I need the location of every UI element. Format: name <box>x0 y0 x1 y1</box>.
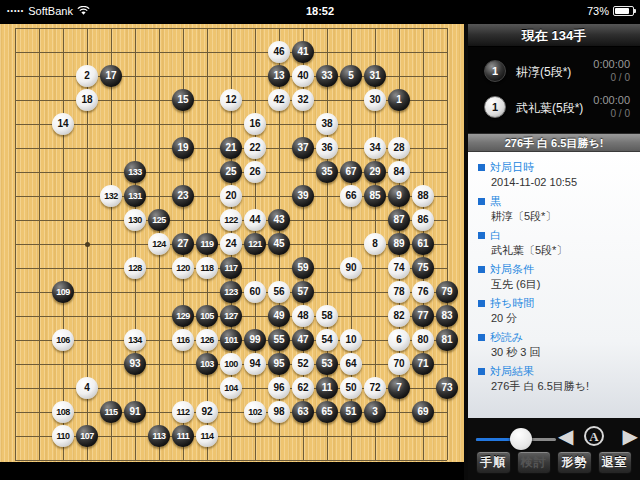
stone-white-44: 44 <box>244 209 266 231</box>
stone-black-1: 1 <box>388 89 410 111</box>
stone-white-80: 80 <box>412 329 434 351</box>
stone-black-81: 81 <box>436 329 458 351</box>
player-row-black: 1 耕淳(5段*) 0:00:00 0 / 0 <box>468 55 640 91</box>
stone-white-66: 66 <box>340 185 362 207</box>
bullet-icon <box>478 198 485 205</box>
stone-black-45: 45 <box>268 233 290 255</box>
info-label: 対局結果 <box>478 364 630 379</box>
star-point <box>85 242 90 247</box>
go-board[interactable]: 4641217134033531181512423230114163819212… <box>0 24 468 462</box>
stone-white-86: 86 <box>412 209 434 231</box>
stone-black-9: 9 <box>388 185 410 207</box>
stone-white-8: 8 <box>364 233 386 255</box>
stone-white-56: 56 <box>268 281 290 303</box>
stone-black-123: 123 <box>220 281 242 303</box>
slider-thumb[interactable] <box>510 428 532 450</box>
stone-black-121: 121 <box>244 233 266 255</box>
stone-black-15: 15 <box>172 89 194 111</box>
stone-black-65: 65 <box>316 401 338 423</box>
stone-white-46: 46 <box>268 41 290 63</box>
status-bar: ••••• SoftBank 18:52 73% <box>0 0 640 24</box>
stone-black-47: 47 <box>292 329 314 351</box>
white-time: 0:00:00 <box>593 94 630 107</box>
next-move-button[interactable]: ▶ <box>623 425 638 447</box>
stone-black-55: 55 <box>268 329 290 351</box>
stone-black-83: 83 <box>436 305 458 327</box>
stone-white-82: 82 <box>388 305 410 327</box>
toolbar-button-3[interactable]: 退室 <box>598 451 633 474</box>
stone-white-78: 78 <box>388 281 410 303</box>
stone-black-29: 29 <box>364 161 386 183</box>
stone-black-63: 63 <box>292 401 314 423</box>
stone-white-118: 118 <box>196 257 218 279</box>
info-item-4: 持ち時間20 分 <box>478 296 630 326</box>
stone-black-115: 115 <box>100 401 122 423</box>
stone-white-18: 18 <box>76 89 98 111</box>
stone-white-32: 32 <box>292 89 314 111</box>
white-periods: 0 / 0 <box>593 107 630 120</box>
bullet-icon <box>478 334 485 341</box>
stone-white-62: 62 <box>292 377 314 399</box>
toolbar-button-2[interactable]: 形勢 <box>557 451 592 474</box>
stone-white-40: 40 <box>292 65 314 87</box>
stone-black-21: 21 <box>220 137 242 159</box>
players-panel: 1 耕淳(5段*) 0:00:00 0 / 0 1 武礼葉(5段*) 0:00:… <box>468 47 640 133</box>
clock: 18:52 <box>0 5 640 17</box>
info-label: 秒読み <box>478 330 630 345</box>
info-label: 対局日時 <box>478 160 630 175</box>
stone-black-23: 23 <box>172 185 194 207</box>
toolbar-buttons: 手順検討形勢退室 <box>468 451 640 474</box>
stone-white-64: 64 <box>340 353 362 375</box>
stone-white-70: 70 <box>388 353 410 375</box>
stone-black-101: 101 <box>220 329 242 351</box>
auto-play-button[interactable]: A <box>584 426 604 446</box>
stone-white-10: 10 <box>340 329 362 351</box>
stone-white-14: 14 <box>52 113 74 135</box>
stone-black-75: 75 <box>412 257 434 279</box>
stone-black-49: 49 <box>268 305 290 327</box>
stone-black-89: 89 <box>388 233 410 255</box>
stone-white-98: 98 <box>268 401 290 423</box>
playback-controls: ◀ A ▶ 手順検討形勢退室 <box>468 418 640 480</box>
info-label: 持ち時間 <box>478 296 630 311</box>
info-value: 2014-11-02 10:55 <box>478 175 630 190</box>
stone-white-72: 72 <box>364 377 386 399</box>
stone-white-126: 126 <box>196 329 218 351</box>
stone-black-87: 87 <box>388 209 410 231</box>
stone-white-116: 116 <box>172 329 194 351</box>
battery-info: 73% <box>587 5 634 17</box>
stone-white-96: 96 <box>268 377 290 399</box>
info-item-3: 対局条件互先 (6目) <box>478 262 630 292</box>
stone-black-53: 53 <box>316 353 338 375</box>
stone-black-59: 59 <box>292 257 314 279</box>
stone-black-41: 41 <box>292 41 314 63</box>
stone-black-25: 25 <box>220 161 242 183</box>
stone-white-38: 38 <box>316 113 338 135</box>
toolbar-button-1: 検討 <box>517 451 552 474</box>
stone-black-103: 103 <box>196 353 218 375</box>
stone-white-102: 102 <box>244 401 266 423</box>
stone-black-107: 107 <box>76 425 98 447</box>
stone-white-90: 90 <box>340 257 362 279</box>
stone-white-28: 28 <box>388 137 410 159</box>
stone-white-106: 106 <box>52 329 74 351</box>
stone-black-73: 73 <box>436 377 458 399</box>
stone-black-95: 95 <box>268 353 290 375</box>
stone-black-105: 105 <box>196 305 218 327</box>
stone-black-79: 79 <box>436 281 458 303</box>
stone-white-2: 2 <box>76 65 98 87</box>
stone-black-19: 19 <box>172 137 194 159</box>
stone-white-92: 92 <box>196 401 218 423</box>
info-value: 276手 白 6.5目勝ち! <box>478 379 630 394</box>
stone-white-16: 16 <box>244 113 266 135</box>
black-periods: 0 / 0 <box>593 71 630 84</box>
stone-white-134: 134 <box>124 329 146 351</box>
info-value: 30 秒 3 回 <box>478 345 630 360</box>
stone-black-111: 111 <box>172 425 194 447</box>
info-label: 黒 <box>478 194 630 209</box>
info-item-5: 秒読み30 秒 3 回 <box>478 330 630 360</box>
white-player-clock: 0:00:00 0 / 0 <box>593 94 630 120</box>
stone-white-114: 114 <box>196 425 218 447</box>
info-item-0: 対局日時2014-11-02 10:55 <box>478 160 630 190</box>
game-details-panel: 対局日時2014-11-02 10:55黒耕淳〔5段*〕白武礼葉〔5段*〕対局条… <box>468 152 640 423</box>
stone-white-36: 36 <box>316 137 338 159</box>
stone-white-132: 132 <box>100 185 122 207</box>
bullet-icon <box>478 300 485 307</box>
board-bottom-strip <box>0 462 468 480</box>
stone-white-26: 26 <box>244 161 266 183</box>
stone-white-20: 20 <box>220 185 242 207</box>
stone-white-30: 30 <box>364 89 386 111</box>
stone-white-76: 76 <box>412 281 434 303</box>
stone-black-57: 57 <box>292 281 314 303</box>
stone-white-34: 34 <box>364 137 386 159</box>
stone-black-37: 37 <box>292 137 314 159</box>
app-screen: ••••• SoftBank 18:52 73% 464121713403353… <box>0 0 640 480</box>
black-player-clock: 0:00:00 0 / 0 <box>593 58 630 84</box>
stone-black-127: 127 <box>220 305 242 327</box>
game-info-sidebar: 現在 134手 1 耕淳(5段*) 0:00:00 0 / 0 1 武礼葉(5段… <box>468 24 640 480</box>
stone-black-11: 11 <box>316 377 338 399</box>
previous-move-button[interactable]: ◀ <box>558 425 573 447</box>
info-label: 対局条件 <box>478 262 630 277</box>
stone-black-119: 119 <box>196 233 218 255</box>
stone-white-12: 12 <box>220 89 242 111</box>
stone-black-125: 125 <box>148 209 170 231</box>
move-slider[interactable] <box>476 430 556 448</box>
stone-white-100: 100 <box>220 353 242 375</box>
stone-white-88: 88 <box>412 185 434 207</box>
stone-white-108: 108 <box>52 401 74 423</box>
stone-black-5: 5 <box>340 65 362 87</box>
info-item-2: 白武礼葉〔5段*〕 <box>478 228 630 258</box>
stone-black-117: 117 <box>220 257 242 279</box>
player-row-white: 1 武礼葉(5段*) 0:00:00 0 / 0 <box>468 91 640 127</box>
toolbar-button-0[interactable]: 手順 <box>476 451 511 474</box>
stone-black-113: 113 <box>148 425 170 447</box>
stone-black-3: 3 <box>364 401 386 423</box>
stone-black-7: 7 <box>388 377 410 399</box>
stone-white-122: 122 <box>220 209 242 231</box>
stone-black-133: 133 <box>124 161 146 183</box>
info-value: 互先 (6目) <box>478 277 630 292</box>
stone-white-42: 42 <box>268 89 290 111</box>
stone-black-61: 61 <box>412 233 434 255</box>
stone-black-17: 17 <box>100 65 122 87</box>
stone-black-33: 33 <box>316 65 338 87</box>
current-move-header: 現在 134手 <box>468 24 640 47</box>
stone-black-131: 131 <box>124 185 146 207</box>
white-stone-icon: 1 <box>484 96 506 118</box>
stone-black-27: 27 <box>172 233 194 255</box>
stone-white-110: 110 <box>52 425 74 447</box>
stone-black-69: 69 <box>412 401 434 423</box>
info-item-1: 黒耕淳〔5段*〕 <box>478 194 630 224</box>
stone-white-104: 104 <box>220 377 242 399</box>
stone-white-120: 120 <box>172 257 194 279</box>
battery-icon <box>613 6 634 16</box>
stone-black-129: 129 <box>172 305 194 327</box>
stone-white-24: 24 <box>220 233 242 255</box>
stone-white-128: 128 <box>124 257 146 279</box>
stone-black-93: 93 <box>124 353 146 375</box>
stone-black-31: 31 <box>364 65 386 87</box>
info-item-6: 対局結果276手 白 6.5目勝ち! <box>478 364 630 394</box>
stone-white-58: 58 <box>316 305 338 327</box>
stone-white-22: 22 <box>244 137 266 159</box>
info-value: 武礼葉〔5段*〕 <box>478 243 630 258</box>
stone-black-13: 13 <box>268 65 290 87</box>
stone-white-6: 6 <box>388 329 410 351</box>
stone-black-67: 67 <box>340 161 362 183</box>
stone-black-43: 43 <box>268 209 290 231</box>
stone-black-71: 71 <box>412 353 434 375</box>
stone-white-4: 4 <box>76 377 98 399</box>
stone-white-54: 54 <box>316 329 338 351</box>
stone-white-60: 60 <box>244 281 266 303</box>
stone-black-99: 99 <box>244 329 266 351</box>
stone-white-48: 48 <box>292 305 314 327</box>
stone-white-52: 52 <box>292 353 314 375</box>
stone-black-51: 51 <box>340 401 362 423</box>
game-result-banner: 276手 白 6.5目勝ち! <box>468 133 640 152</box>
stone-black-39: 39 <box>292 185 314 207</box>
battery-percent-label: 73% <box>587 5 609 17</box>
stone-white-84: 84 <box>388 161 410 183</box>
bullet-icon <box>478 368 485 375</box>
stone-white-74: 74 <box>388 257 410 279</box>
bullet-icon <box>478 266 485 273</box>
stone-black-35: 35 <box>316 161 338 183</box>
stone-white-94: 94 <box>244 353 266 375</box>
info-label: 白 <box>478 228 630 243</box>
black-time: 0:00:00 <box>593 58 630 71</box>
stone-black-91: 91 <box>124 401 146 423</box>
bullet-icon <box>478 164 485 171</box>
stone-white-50: 50 <box>340 377 362 399</box>
info-value: 耕淳〔5段*〕 <box>478 209 630 224</box>
stone-black-109: 109 <box>52 281 74 303</box>
stone-black-77: 77 <box>412 305 434 327</box>
black-stone-icon: 1 <box>484 60 506 82</box>
bullet-icon <box>478 232 485 239</box>
white-player-name: 武礼葉(5段*) <box>516 100 583 117</box>
stone-white-130: 130 <box>124 209 146 231</box>
black-player-name: 耕淳(5段*) <box>516 64 571 81</box>
stone-white-124: 124 <box>148 233 170 255</box>
stone-white-112: 112 <box>172 401 194 423</box>
stone-black-85: 85 <box>364 185 386 207</box>
info-value: 20 分 <box>478 311 630 326</box>
